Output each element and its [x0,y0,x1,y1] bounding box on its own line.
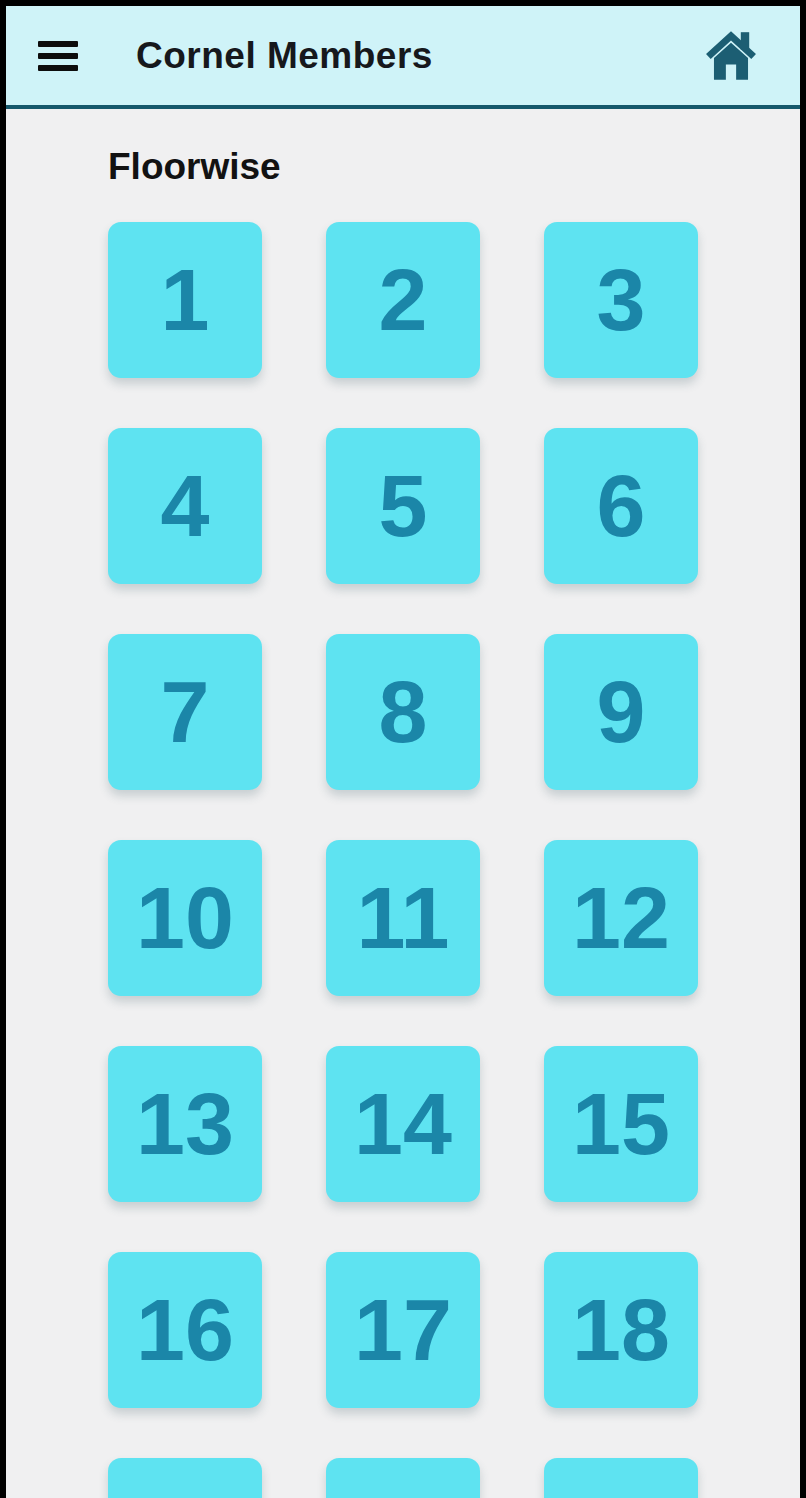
floor-tile-18[interactable]: 18 [544,1252,698,1408]
floor-tile-1[interactable]: 1 [108,222,262,378]
section-title: Floorwise [108,145,800,189]
floor-tile-12[interactable]: 12 [544,840,698,996]
floor-tile-4[interactable]: 4 [108,428,262,584]
floor-tile-11[interactable]: 11 [326,840,480,996]
hamburger-icon [38,41,78,47]
floor-tile-partial[interactable] [108,1458,262,1498]
floor-tile-partial[interactable] [544,1458,698,1498]
content-area: Floorwise 123456789101112131415161718 [6,145,800,1498]
app-header: Cornel Members [6,6,800,109]
app-screen: Cornel Members Floorwise 123456789101112… [6,6,800,1498]
home-icon [703,30,759,82]
floor-tile-14[interactable]: 14 [326,1046,480,1202]
floor-tile-8[interactable]: 8 [326,634,480,790]
floor-tile-10[interactable]: 10 [108,840,262,996]
floor-tile-16[interactable]: 16 [108,1252,262,1408]
menu-button[interactable] [38,41,84,71]
floor-tile-15[interactable]: 15 [544,1046,698,1202]
floor-tile-7[interactable]: 7 [108,634,262,790]
floor-tile-6[interactable]: 6 [544,428,698,584]
floor-tile-partial[interactable] [326,1458,480,1498]
floor-tile-5[interactable]: 5 [326,428,480,584]
floor-grid: 123456789101112131415161718 [108,222,698,1498]
app-title: Cornel Members [136,35,702,77]
floor-tile-2[interactable]: 2 [326,222,480,378]
floor-tile-3[interactable]: 3 [544,222,698,378]
floor-tile-13[interactable]: 13 [108,1046,262,1202]
floor-tile-17[interactable]: 17 [326,1252,480,1408]
floor-tile-9[interactable]: 9 [544,634,698,790]
home-button[interactable] [702,29,760,83]
